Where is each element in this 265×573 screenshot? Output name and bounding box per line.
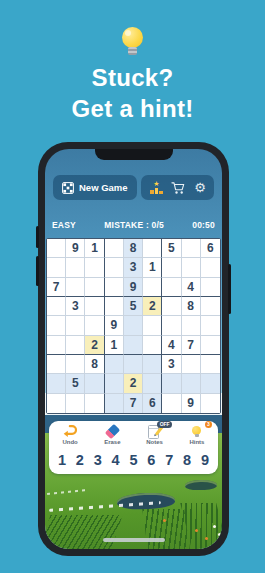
hints-button[interactable]: 3Hints [176, 424, 218, 449]
cell-r4c8[interactable]: 8 [182, 297, 201, 316]
cell-r9c9[interactable] [201, 394, 220, 413]
numpad-5[interactable]: 5 [129, 451, 137, 469]
numpad-7[interactable]: 7 [165, 451, 173, 469]
star-icon: ★ [153, 181, 159, 187]
cell-r6c8[interactable]: 7 [182, 336, 201, 355]
phone-notch [95, 149, 173, 160]
cell-r2c4[interactable] [105, 258, 124, 277]
erase-label: Erase [104, 439, 120, 445]
cell-r5c7[interactable] [162, 316, 181, 335]
numpad-6[interactable]: 6 [147, 451, 155, 469]
cell-r3c1[interactable]: 7 [47, 278, 66, 297]
phone-mockup: New Game ★ ⚙ EASY [38, 142, 229, 556]
control-panel: UndoEraseOFFNotes3Hints 123456789 [49, 421, 218, 474]
cell-r5c9[interactable] [201, 316, 220, 335]
numpad-9[interactable]: 9 [201, 451, 209, 469]
cell-r4c6[interactable]: 2 [143, 297, 162, 316]
mistakes-counter: MISTAKE : 0/5 [104, 220, 164, 230]
lightbulb-icon [122, 27, 144, 60]
new-game-label: New Game [79, 182, 128, 193]
cell-r8c2[interactable]: 5 [66, 374, 85, 393]
numpad-4[interactable]: 4 [112, 451, 120, 469]
home-indicator [103, 538, 165, 542]
cell-r4c2[interactable]: 3 [66, 297, 85, 316]
bush-illustration [117, 491, 176, 510]
cell-r1c6[interactable] [143, 239, 162, 258]
numpad-2[interactable]: 2 [76, 451, 84, 469]
cell-r6c7[interactable]: 4 [162, 336, 181, 355]
cell-r8c4[interactable] [105, 374, 124, 393]
flower [218, 533, 221, 536]
cell-r5c5[interactable] [124, 316, 143, 335]
cell-r7c5[interactable] [124, 355, 143, 374]
cell-r3c9[interactable] [201, 278, 220, 297]
cell-r2c3[interactable] [85, 258, 104, 277]
power-button [228, 264, 231, 314]
promo-headline: Stuck? Get a hint! [0, 62, 265, 124]
cell-r8c6[interactable] [143, 374, 162, 393]
cell-r1c4[interactable] [105, 239, 124, 258]
lightbulb-glass [122, 27, 143, 48]
cell-r2c1[interactable] [47, 258, 66, 277]
cell-r8c3[interactable] [85, 374, 104, 393]
cell-r1c3[interactable]: 1 [85, 239, 104, 258]
cart-icon[interactable] [171, 181, 186, 195]
notes-badge: OFF [157, 421, 172, 428]
cell-r9c4[interactable] [105, 394, 124, 413]
numpad-8[interactable]: 8 [183, 451, 191, 469]
hints-label: Hints [189, 439, 204, 445]
cell-r9c5[interactable]: 7 [124, 394, 143, 413]
cell-r8c1[interactable] [47, 374, 66, 393]
cell-r8c5[interactable]: 2 [124, 374, 143, 393]
cell-r6c5[interactable] [124, 336, 143, 355]
cell-r3c5[interactable]: 9 [124, 278, 143, 297]
cell-r4c9[interactable] [201, 297, 220, 316]
app-store-screenshot: Stuck? Get a hint! [0, 0, 265, 573]
cell-r5c2[interactable] [66, 316, 85, 335]
flower [205, 537, 208, 540]
cell-r9c1[interactable] [47, 394, 66, 413]
cell-r1c8[interactable] [182, 239, 201, 258]
volume-down-button [36, 256, 39, 286]
cell-r6c4[interactable]: 1 [105, 336, 124, 355]
cell-r4c1[interactable] [47, 297, 66, 316]
sudoku-board: 91856317943528921478352769 [46, 238, 221, 414]
cell-r1c5[interactable]: 8 [124, 239, 143, 258]
cell-r9c8[interactable]: 9 [182, 394, 201, 413]
cell-r1c7[interactable]: 5 [162, 239, 181, 258]
cell-r5c4[interactable]: 9 [105, 316, 124, 335]
difficulty-label: EASY [52, 220, 76, 230]
undo-button[interactable]: Undo [49, 424, 91, 449]
flower [163, 519, 166, 522]
cell-r9c2[interactable] [66, 394, 85, 413]
cell-r9c3[interactable] [85, 394, 104, 413]
cell-r2c5[interactable]: 3 [124, 258, 143, 277]
lightbulb-base [128, 47, 137, 55]
cell-r8c7[interactable] [162, 374, 181, 393]
flower [195, 529, 198, 532]
cell-r7c7[interactable]: 3 [162, 355, 181, 374]
header-icon-cluster: ★ ⚙ [141, 175, 214, 200]
flower [213, 525, 216, 528]
headline-line2: Get a hint! [0, 93, 265, 124]
cell-r6c6[interactable] [143, 336, 162, 355]
phone-screen: New Game ★ ⚙ EASY [45, 149, 222, 549]
cell-r3c6[interactable] [143, 278, 162, 297]
cell-r3c4[interactable] [105, 278, 124, 297]
status-bar: EASY MISTAKE : 0/5 00:50 [52, 220, 215, 230]
bush-illustration [185, 479, 217, 490]
cell-r9c6[interactable]: 6 [143, 394, 162, 413]
cell-r4c4[interactable] [105, 297, 124, 316]
cell-r2c7[interactable] [162, 258, 181, 277]
cell-r4c7[interactable] [162, 297, 181, 316]
cell-r7c6[interactable] [143, 355, 162, 374]
tool-row: UndoEraseOFFNotes3Hints [49, 421, 218, 449]
numpad-1[interactable]: 1 [58, 451, 66, 469]
cell-r1c9[interactable]: 6 [201, 239, 220, 258]
timer: 00:50 [192, 220, 215, 230]
volume-up-button [36, 226, 39, 248]
grass-tuft [45, 515, 123, 549]
cell-r8c9[interactable] [201, 374, 220, 393]
cell-r2c6[interactable]: 1 [143, 258, 162, 277]
hints-badge: 3 [205, 421, 213, 428]
cell-r6c3[interactable]: 2 [85, 336, 104, 355]
cell-r3c8[interactable]: 4 [182, 278, 201, 297]
cell-r7c8[interactable] [182, 355, 201, 374]
cell-r3c7[interactable] [162, 278, 181, 297]
notes-label: Notes [146, 439, 163, 445]
cell-r2c9[interactable] [201, 258, 220, 277]
cell-r4c5[interactable]: 5 [124, 297, 143, 316]
notes-button[interactable]: OFFNotes [134, 424, 176, 449]
cell-r7c1[interactable] [47, 355, 66, 374]
cell-r9c7[interactable] [162, 394, 181, 413]
cell-r5c6[interactable] [143, 316, 162, 335]
cell-r1c1[interactable] [47, 239, 66, 258]
numpad-3[interactable]: 3 [94, 451, 102, 469]
number-pad: 123456789 [49, 449, 218, 469]
game-header: New Game ★ ⚙ [53, 175, 214, 200]
cell-r1c2[interactable]: 9 [66, 239, 85, 258]
undo-arrow-icon [63, 424, 78, 438]
cell-r2c2[interactable] [66, 258, 85, 277]
cell-r8c8[interactable] [182, 374, 201, 393]
headline-line1: Stuck? [0, 62, 265, 93]
cell-r5c8[interactable] [182, 316, 201, 335]
undo-label: Undo [62, 439, 77, 445]
cell-r4c3[interactable] [85, 297, 104, 316]
cell-r3c3[interactable] [85, 278, 104, 297]
hint-bulb-icon [192, 426, 201, 437]
cell-r6c2[interactable] [66, 336, 85, 355]
cell-r7c3[interactable]: 8 [85, 355, 104, 374]
cell-r7c2[interactable] [66, 355, 85, 374]
erase-button[interactable]: Erase [91, 424, 133, 449]
leaderboard-icon[interactable]: ★ [149, 181, 163, 194]
cell-r5c3[interactable] [85, 316, 104, 335]
eraser-icon [105, 423, 121, 439]
trail-illustration [47, 489, 87, 495]
settings-icon[interactable]: ⚙ [194, 181, 206, 194]
cell-r5c1[interactable] [47, 316, 66, 335]
podium-bars [150, 188, 163, 194]
cell-r6c9[interactable] [201, 336, 220, 355]
cell-r7c9[interactable] [201, 355, 220, 374]
cell-r3c2[interactable] [66, 278, 85, 297]
new-game-button[interactable]: New Game [53, 175, 137, 200]
cell-r7c4[interactable] [105, 355, 124, 374]
cell-r2c8[interactable] [182, 258, 201, 277]
sudoku-grid-icon [62, 182, 74, 194]
cell-r6c1[interactable] [47, 336, 66, 355]
